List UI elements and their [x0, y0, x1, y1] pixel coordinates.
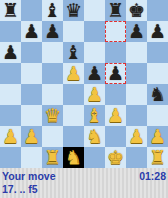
square-g4[interactable] — [126, 84, 147, 105]
square-e3[interactable]: ♝ — [84, 105, 105, 126]
square-a1[interactable] — [0, 147, 21, 168]
white-pawn-piece: ♟ — [86, 84, 103, 105]
square-d7[interactable] — [63, 21, 84, 42]
black-pawn-piece: ♟ — [149, 21, 166, 42]
chess-board: ♜♝♛♜♚♟♟♟♟♟♝♟♟♟♟♞♛♝♟♟♟♞♟♟♜♞♚♜ — [0, 0, 168, 168]
black-pawn-piece: ♟ — [2, 42, 19, 63]
move-state-label: Your move — [2, 170, 55, 183]
white-pawn-piece: ♟ — [2, 126, 19, 147]
square-e4[interactable]: ♟ — [84, 84, 105, 105]
square-d4[interactable] — [63, 84, 84, 105]
square-e1[interactable] — [84, 147, 105, 168]
square-e8[interactable] — [84, 0, 105, 21]
square-f8[interactable]: ♜ — [105, 0, 126, 21]
square-h2[interactable]: ♟ — [147, 126, 168, 147]
black-pawn-piece: ♟ — [23, 21, 40, 42]
black-bishop-piece: ♝ — [44, 0, 61, 21]
square-f7[interactable] — [105, 21, 126, 42]
square-d8[interactable]: ♛ — [63, 0, 84, 21]
square-c7[interactable]: ♟ — [42, 21, 63, 42]
square-f1[interactable]: ♚ — [105, 147, 126, 168]
square-e6[interactable] — [84, 42, 105, 63]
white-pawn-piece: ♟ — [23, 126, 40, 147]
square-g8[interactable]: ♚ — [126, 0, 147, 21]
square-h6[interactable] — [147, 42, 168, 63]
square-b2[interactable]: ♟ — [21, 126, 42, 147]
square-b4[interactable] — [21, 84, 42, 105]
square-d6[interactable]: ♝ — [63, 42, 84, 63]
square-c2[interactable] — [42, 126, 63, 147]
square-g3[interactable] — [126, 105, 147, 126]
square-f4[interactable] — [105, 84, 126, 105]
white-rook-piece: ♜ — [149, 147, 166, 168]
square-a5[interactable] — [0, 63, 21, 84]
white-king-piece: ♚ — [107, 147, 124, 168]
square-f5[interactable]: ♟ — [105, 63, 126, 84]
square-c4[interactable] — [42, 84, 63, 105]
square-d1[interactable]: ♞ — [63, 147, 84, 168]
square-a7[interactable] — [0, 21, 21, 42]
square-h3[interactable] — [147, 105, 168, 126]
status-bar: Your move 01:28 17. .. f5 — [0, 168, 168, 198]
white-pawn-piece: ♟ — [149, 126, 166, 147]
black-pawn-piece: ♟ — [44, 21, 61, 42]
white-queen-piece: ♛ — [44, 105, 61, 126]
square-a6[interactable]: ♟ — [0, 42, 21, 63]
square-g7[interactable]: ♟ — [126, 21, 147, 42]
square-d2[interactable] — [63, 126, 84, 147]
square-b1[interactable] — [21, 147, 42, 168]
black-pawn-piece: ♟ — [107, 63, 124, 84]
square-e5[interactable]: ♟ — [84, 63, 105, 84]
white-pawn-piece: ♟ — [65, 63, 82, 84]
square-c1[interactable]: ♜ — [42, 147, 63, 168]
square-e2[interactable]: ♞ — [84, 126, 105, 147]
game-clock: 01:28 — [139, 170, 166, 183]
black-rook-piece: ♜ — [2, 0, 19, 21]
black-rook-piece: ♜ — [107, 0, 124, 21]
square-f6[interactable] — [105, 42, 126, 63]
black-king-piece: ♚ — [128, 0, 145, 21]
square-h1[interactable]: ♜ — [147, 147, 168, 168]
black-knight-piece: ♞ — [149, 84, 166, 105]
white-pawn-piece: ♟ — [128, 126, 145, 147]
square-b8[interactable] — [21, 0, 42, 21]
square-d3[interactable] — [63, 105, 84, 126]
square-f3[interactable]: ♟ — [105, 105, 126, 126]
white-knight-piece: ♞ — [65, 147, 82, 168]
black-pawn-piece: ♟ — [128, 21, 145, 42]
square-h5[interactable] — [147, 63, 168, 84]
square-h7[interactable]: ♟ — [147, 21, 168, 42]
black-queen-piece: ♛ — [65, 0, 82, 21]
square-e7[interactable] — [84, 21, 105, 42]
square-b6[interactable] — [21, 42, 42, 63]
white-pawn-piece: ♟ — [107, 105, 124, 126]
square-h4[interactable]: ♞ — [147, 84, 168, 105]
square-c8[interactable]: ♝ — [42, 0, 63, 21]
white-rook-piece: ♜ — [44, 147, 61, 168]
black-pawn-piece: ♟ — [86, 63, 103, 84]
square-g2[interactable]: ♟ — [126, 126, 147, 147]
square-a4[interactable] — [0, 84, 21, 105]
square-g6[interactable] — [126, 42, 147, 63]
white-bishop-piece: ♝ — [86, 105, 103, 126]
square-b5[interactable] — [21, 63, 42, 84]
square-g1[interactable] — [126, 147, 147, 168]
square-a3[interactable] — [0, 105, 21, 126]
square-a8[interactable]: ♜ — [0, 0, 21, 21]
square-a2[interactable]: ♟ — [0, 126, 21, 147]
square-b7[interactable]: ♟ — [21, 21, 42, 42]
square-b3[interactable] — [21, 105, 42, 126]
square-h8[interactable] — [147, 0, 168, 21]
square-c5[interactable] — [42, 63, 63, 84]
square-c3[interactable]: ♛ — [42, 105, 63, 126]
square-f2[interactable] — [105, 126, 126, 147]
square-d5[interactable]: ♟ — [63, 63, 84, 84]
black-bishop-piece: ♝ — [65, 42, 82, 63]
last-move-text: 17. .. f5 — [2, 183, 38, 195]
square-c6[interactable] — [42, 42, 63, 63]
white-knight-piece: ♞ — [86, 126, 103, 147]
square-g5[interactable] — [126, 63, 147, 84]
